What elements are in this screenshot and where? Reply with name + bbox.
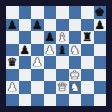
square-g5[interactable]: [81, 44, 94, 57]
square-f1[interactable]: [69, 94, 82, 107]
square-c1[interactable]: [31, 94, 44, 107]
square-d2[interactable]: [44, 81, 57, 94]
square-h6[interactable]: [94, 31, 107, 44]
square-b2[interactable]: [19, 81, 32, 94]
square-e1[interactable]: [56, 94, 69, 107]
square-c6[interactable]: [31, 31, 44, 44]
square-g1[interactable]: [81, 94, 94, 107]
piece-black-queen[interactable]: ♛: [7, 56, 17, 68]
square-a7[interactable]: ♟: [6, 19, 19, 32]
square-d6[interactable]: ♟: [44, 31, 57, 44]
square-d5[interactable]: ♟: [44, 44, 57, 57]
square-b1[interactable]: [19, 94, 32, 107]
square-c8[interactable]: [31, 6, 44, 19]
square-a2[interactable]: ♟: [6, 81, 19, 94]
square-f4[interactable]: [69, 56, 82, 69]
piece-black-rook[interactable]: ♜: [82, 31, 92, 43]
square-b7[interactable]: [19, 19, 32, 32]
square-a1[interactable]: [6, 94, 19, 107]
piece-black-pawn[interactable]: ♟: [45, 31, 55, 43]
square-g8[interactable]: [81, 6, 94, 19]
square-c7[interactable]: ♟: [31, 19, 44, 32]
square-h1[interactable]: [94, 94, 107, 107]
square-h7[interactable]: ♟: [94, 19, 107, 32]
square-h5[interactable]: [94, 44, 107, 57]
square-a4[interactable]: ♛: [6, 56, 19, 69]
square-a6[interactable]: [6, 31, 19, 44]
square-a3[interactable]: [6, 69, 19, 82]
piece-white-pawn[interactable]: ♟: [32, 56, 42, 68]
chessboard: ♚♟♟♟♟♝♜♟♟♝♞♛♟♚♟♛♞: [6, 6, 106, 106]
board-frame: ♚♟♟♟♟♝♜♟♟♝♞♛♟♚♟♛♞: [0, 0, 112, 112]
square-e6[interactable]: ♝: [56, 31, 69, 44]
piece-black-pawn[interactable]: ♟: [95, 19, 105, 31]
piece-white-knight[interactable]: ♞: [70, 81, 80, 93]
square-e8[interactable]: [56, 6, 69, 19]
square-g3[interactable]: [81, 69, 94, 82]
square-d8[interactable]: [44, 6, 57, 19]
square-h8[interactable]: ♚: [94, 6, 107, 19]
piece-white-king[interactable]: ♚: [70, 69, 80, 81]
square-f7[interactable]: [69, 19, 82, 32]
square-b5[interactable]: ♟: [19, 44, 32, 57]
piece-black-pawn[interactable]: ♟: [7, 19, 17, 31]
square-c3[interactable]: [31, 69, 44, 82]
square-d1[interactable]: [44, 94, 57, 107]
piece-white-pawn[interactable]: ♟: [45, 44, 55, 56]
square-g4[interactable]: [81, 56, 94, 69]
square-c2[interactable]: [31, 81, 44, 94]
piece-white-pawn[interactable]: ♟: [7, 81, 17, 93]
piece-black-bishop[interactable]: ♝: [57, 44, 67, 56]
square-d7[interactable]: [44, 19, 57, 32]
square-g6[interactable]: ♜: [81, 31, 94, 44]
square-f8[interactable]: [69, 6, 82, 19]
piece-white-bishop[interactable]: ♝: [57, 31, 67, 43]
square-h3[interactable]: [94, 69, 107, 82]
square-f2[interactable]: ♞: [69, 81, 82, 94]
square-a5[interactable]: [6, 44, 19, 57]
square-c5[interactable]: [31, 44, 44, 57]
square-e3[interactable]: [56, 69, 69, 82]
square-g2[interactable]: [81, 81, 94, 94]
square-h4[interactable]: [94, 56, 107, 69]
square-e7[interactable]: [56, 19, 69, 32]
square-e2[interactable]: ♛: [56, 81, 69, 94]
square-b3[interactable]: [19, 69, 32, 82]
square-f6[interactable]: [69, 31, 82, 44]
square-c4[interactable]: ♟: [31, 56, 44, 69]
piece-white-knight[interactable]: ♞: [70, 44, 80, 56]
piece-black-king[interactable]: ♚: [95, 6, 105, 18]
square-e5[interactable]: ♝: [56, 44, 69, 57]
piece-black-pawn[interactable]: ♟: [32, 19, 42, 31]
square-e4[interactable]: [56, 56, 69, 69]
square-f3[interactable]: ♚: [69, 69, 82, 82]
square-a8[interactable]: [6, 6, 19, 19]
square-d4[interactable]: [44, 56, 57, 69]
square-h2[interactable]: [94, 81, 107, 94]
square-d3[interactable]: [44, 69, 57, 82]
square-b4[interactable]: [19, 56, 32, 69]
square-b6[interactable]: [19, 31, 32, 44]
square-f5[interactable]: ♞: [69, 44, 82, 57]
piece-black-pawn[interactable]: ♟: [20, 44, 30, 56]
square-b8[interactable]: [19, 6, 32, 19]
piece-white-queen[interactable]: ♛: [57, 81, 67, 93]
square-g7[interactable]: [81, 19, 94, 32]
